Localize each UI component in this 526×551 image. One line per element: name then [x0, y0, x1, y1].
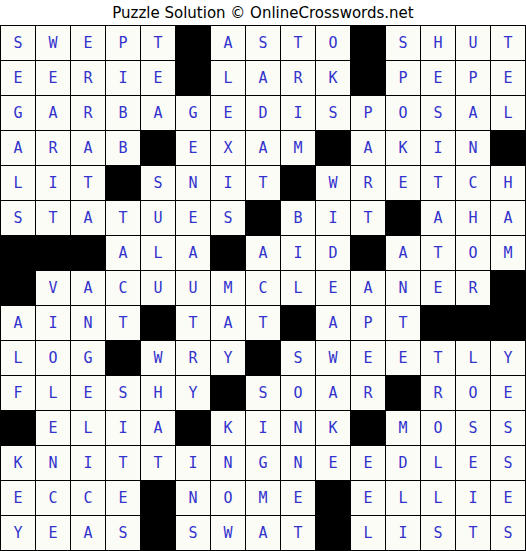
- letter-cell: X: [211, 131, 245, 165]
- letter-cell: E: [141, 61, 175, 95]
- letter-cell: H: [456, 201, 490, 235]
- letter-cell: I: [36, 166, 70, 200]
- letter-cell: O: [421, 411, 455, 445]
- letter-cell: S: [1, 201, 35, 235]
- crossword-grid: SWEPTASTOSHUTEERIELARKPEPEGARBAGEDISPOSA…: [0, 25, 526, 551]
- letter-cell: A: [141, 96, 175, 130]
- letter-cell: N: [281, 411, 315, 445]
- letter-cell: S: [176, 516, 210, 550]
- letter-cell: D: [386, 446, 420, 480]
- letter-cell: H: [491, 166, 525, 200]
- letter-cell: T: [176, 306, 210, 340]
- letter-cell: L: [36, 376, 70, 410]
- letter-cell: K: [316, 61, 350, 95]
- letter-cell: P: [351, 306, 385, 340]
- letter-cell: W: [211, 516, 245, 550]
- letter-cell: A: [71, 131, 105, 165]
- black-cell: [246, 201, 280, 235]
- letter-cell: R: [351, 376, 385, 410]
- letter-cell: W: [316, 166, 350, 200]
- letter-cell: R: [71, 96, 105, 130]
- black-cell: [386, 201, 420, 235]
- black-cell: [491, 306, 525, 340]
- letter-cell: G: [176, 96, 210, 130]
- black-cell: [491, 131, 525, 165]
- black-cell: [176, 26, 210, 60]
- letter-cell: T: [491, 26, 525, 60]
- letter-cell: E: [421, 271, 455, 305]
- letter-cell: N: [36, 446, 70, 480]
- letter-cell: A: [246, 236, 280, 270]
- letter-cell: I: [316, 201, 350, 235]
- puzzle-title: Puzzle Solution © OnlineCrosswords.net: [0, 0, 526, 25]
- letter-cell: E: [1, 481, 35, 515]
- black-cell: [351, 411, 385, 445]
- letter-cell: A: [316, 306, 350, 340]
- letter-cell: N: [456, 131, 490, 165]
- letter-cell: W: [316, 341, 350, 375]
- letter-cell: I: [106, 411, 140, 445]
- letter-cell: S: [421, 96, 455, 130]
- letter-cell: O: [316, 26, 350, 60]
- letter-cell: R: [456, 271, 490, 305]
- letter-cell: I: [281, 236, 315, 270]
- letter-cell: S: [421, 516, 455, 550]
- black-cell: [386, 376, 420, 410]
- black-cell: [281, 166, 315, 200]
- letter-cell: E: [36, 516, 70, 550]
- letter-cell: N: [71, 306, 105, 340]
- letter-cell: E: [176, 201, 210, 235]
- letter-cell: N: [176, 166, 210, 200]
- letter-cell: D: [316, 236, 350, 270]
- letter-cell: N: [176, 481, 210, 515]
- letter-cell: A: [246, 61, 280, 95]
- letter-cell: A: [246, 516, 280, 550]
- letter-cell: L: [421, 481, 455, 515]
- black-cell: [316, 516, 350, 550]
- letter-cell: R: [36, 131, 70, 165]
- letter-cell: T: [421, 236, 455, 270]
- letter-cell: N: [281, 446, 315, 480]
- black-cell: [1, 411, 35, 445]
- letter-cell: S: [456, 411, 490, 445]
- letter-cell: T: [71, 166, 105, 200]
- letter-cell: T: [106, 201, 140, 235]
- letter-cell: E: [316, 446, 350, 480]
- black-cell: [141, 516, 175, 550]
- letter-cell: A: [491, 201, 525, 235]
- letter-cell: Y: [1, 516, 35, 550]
- letter-cell: N: [386, 271, 420, 305]
- letter-cell: A: [211, 26, 245, 60]
- letter-cell: E: [1, 61, 35, 95]
- letter-cell: A: [71, 516, 105, 550]
- letter-cell: S: [281, 341, 315, 375]
- letter-cell: E: [456, 446, 490, 480]
- letter-cell: E: [351, 446, 385, 480]
- letter-cell: L: [1, 166, 35, 200]
- letter-cell: A: [36, 96, 70, 130]
- letter-cell: K: [316, 411, 350, 445]
- black-cell: [316, 131, 350, 165]
- letter-cell: O: [281, 376, 315, 410]
- black-cell: [141, 481, 175, 515]
- letter-cell: A: [106, 236, 140, 270]
- letter-cell: E: [211, 96, 245, 130]
- letter-cell: A: [386, 236, 420, 270]
- letter-cell: M: [246, 481, 280, 515]
- letter-cell: I: [246, 411, 280, 445]
- letter-cell: M: [211, 271, 245, 305]
- letter-cell: H: [141, 376, 175, 410]
- letter-cell: B: [106, 96, 140, 130]
- letter-cell: S: [491, 411, 525, 445]
- letter-cell: T: [106, 446, 140, 480]
- letter-cell: A: [211, 306, 245, 340]
- letter-cell: I: [211, 166, 245, 200]
- black-cell: [71, 236, 105, 270]
- black-cell: [211, 376, 245, 410]
- black-cell: [456, 306, 490, 340]
- letter-cell: B: [281, 201, 315, 235]
- letter-cell: E: [386, 341, 420, 375]
- letter-cell: A: [1, 131, 35, 165]
- black-cell: [1, 271, 35, 305]
- black-cell: [351, 61, 385, 95]
- letter-cell: A: [71, 271, 105, 305]
- letter-cell: O: [386, 96, 420, 130]
- letter-cell: A: [141, 411, 175, 445]
- black-cell: [246, 341, 280, 375]
- black-cell: [106, 166, 140, 200]
- letter-cell: R: [421, 376, 455, 410]
- letter-cell: S: [1, 26, 35, 60]
- letter-cell: H: [421, 26, 455, 60]
- letter-cell: O: [456, 376, 490, 410]
- letter-cell: E: [176, 131, 210, 165]
- letter-cell: E: [491, 376, 525, 410]
- letter-cell: G: [246, 446, 280, 480]
- letter-cell: B: [106, 131, 140, 165]
- black-cell: [351, 26, 385, 60]
- letter-cell: D: [246, 96, 280, 130]
- letter-cell: I: [71, 446, 105, 480]
- letter-cell: W: [36, 26, 70, 60]
- letter-cell: L: [351, 516, 385, 550]
- letter-cell: R: [71, 61, 105, 95]
- black-cell: [421, 306, 455, 340]
- letter-cell: T: [281, 516, 315, 550]
- letter-cell: M: [386, 411, 420, 445]
- letter-cell: E: [351, 481, 385, 515]
- letter-cell: W: [141, 341, 175, 375]
- letter-cell: R: [281, 61, 315, 95]
- black-cell: [176, 411, 210, 445]
- black-cell: [491, 271, 525, 305]
- letter-cell: E: [491, 481, 525, 515]
- letter-cell: K: [386, 131, 420, 165]
- letter-cell: U: [141, 201, 175, 235]
- letter-cell: C: [106, 271, 140, 305]
- black-cell: [106, 341, 140, 375]
- letter-cell: G: [71, 341, 105, 375]
- letter-cell: Y: [176, 376, 210, 410]
- letter-cell: P: [351, 96, 385, 130]
- letter-cell: S: [211, 201, 245, 235]
- letter-cell: A: [316, 376, 350, 410]
- black-cell: [141, 306, 175, 340]
- letter-cell: S: [316, 96, 350, 130]
- letter-cell: A: [176, 236, 210, 270]
- letter-cell: M: [281, 131, 315, 165]
- letter-cell: L: [71, 411, 105, 445]
- letter-cell: G: [1, 96, 35, 130]
- letter-cell: S: [246, 376, 280, 410]
- letter-cell: T: [106, 306, 140, 340]
- letter-cell: L: [421, 446, 455, 480]
- letter-cell: Y: [491, 341, 525, 375]
- black-cell: [281, 306, 315, 340]
- letter-cell: S: [491, 446, 525, 480]
- letter-cell: L: [386, 481, 420, 515]
- black-cell: [211, 236, 245, 270]
- letter-cell: C: [71, 481, 105, 515]
- black-cell: [176, 61, 210, 95]
- letter-cell: T: [246, 306, 280, 340]
- letter-cell: C: [36, 481, 70, 515]
- letter-cell: V: [36, 271, 70, 305]
- letter-cell: F: [1, 376, 35, 410]
- letter-cell: K: [211, 411, 245, 445]
- letter-cell: S: [386, 26, 420, 60]
- letter-cell: E: [421, 61, 455, 95]
- letter-cell: E: [281, 481, 315, 515]
- letter-cell: I: [456, 481, 490, 515]
- letter-cell: I: [421, 131, 455, 165]
- letter-cell: L: [211, 61, 245, 95]
- letter-cell: Y: [211, 341, 245, 375]
- letter-cell: S: [106, 376, 140, 410]
- letter-cell: O: [36, 341, 70, 375]
- letter-cell: T: [421, 166, 455, 200]
- letter-cell: A: [246, 131, 280, 165]
- letter-cell: A: [456, 96, 490, 130]
- letter-cell: T: [141, 26, 175, 60]
- letter-cell: L: [456, 341, 490, 375]
- letter-cell: E: [106, 481, 140, 515]
- letter-cell: I: [386, 516, 420, 550]
- letter-cell: A: [351, 131, 385, 165]
- letter-cell: L: [141, 236, 175, 270]
- letter-cell: A: [1, 306, 35, 340]
- letter-cell: A: [351, 271, 385, 305]
- letter-cell: T: [421, 341, 455, 375]
- letter-cell: P: [456, 61, 490, 95]
- letter-cell: I: [36, 306, 70, 340]
- letter-cell: M: [491, 236, 525, 270]
- letter-cell: E: [71, 376, 105, 410]
- letter-cell: P: [106, 26, 140, 60]
- letter-cell: T: [386, 306, 420, 340]
- letter-cell: O: [211, 481, 245, 515]
- letter-cell: S: [141, 166, 175, 200]
- letter-cell: E: [316, 271, 350, 305]
- letter-cell: T: [36, 201, 70, 235]
- letter-cell: L: [491, 96, 525, 130]
- letter-cell: C: [456, 166, 490, 200]
- letter-cell: L: [1, 341, 35, 375]
- black-cell: [141, 131, 175, 165]
- letter-cell: S: [106, 516, 140, 550]
- black-cell: [36, 236, 70, 270]
- letter-cell: I: [281, 96, 315, 130]
- letter-cell: E: [386, 166, 420, 200]
- letter-cell: E: [36, 61, 70, 95]
- black-cell: [1, 236, 35, 270]
- letter-cell: O: [456, 236, 490, 270]
- letter-cell: R: [176, 341, 210, 375]
- letter-cell: R: [351, 166, 385, 200]
- letter-cell: A: [71, 201, 105, 235]
- letter-cell: N: [211, 446, 245, 480]
- letter-cell: T: [246, 166, 280, 200]
- letter-cell: S: [491, 516, 525, 550]
- letter-cell: T: [141, 446, 175, 480]
- letter-cell: T: [281, 26, 315, 60]
- letter-cell: U: [456, 26, 490, 60]
- letter-cell: E: [351, 341, 385, 375]
- letter-cell: K: [1, 446, 35, 480]
- letter-cell: L: [281, 271, 315, 305]
- letter-cell: I: [106, 61, 140, 95]
- letter-cell: P: [386, 61, 420, 95]
- black-cell: [351, 236, 385, 270]
- letter-cell: T: [351, 201, 385, 235]
- letter-cell: E: [36, 411, 70, 445]
- letter-cell: S: [246, 26, 280, 60]
- letter-cell: E: [491, 61, 525, 95]
- letter-cell: U: [176, 271, 210, 305]
- black-cell: [316, 481, 350, 515]
- letter-cell: U: [141, 271, 175, 305]
- letter-cell: E: [71, 26, 105, 60]
- letter-cell: C: [246, 271, 280, 305]
- letter-cell: A: [421, 201, 455, 235]
- letter-cell: T: [456, 516, 490, 550]
- letter-cell: I: [176, 446, 210, 480]
